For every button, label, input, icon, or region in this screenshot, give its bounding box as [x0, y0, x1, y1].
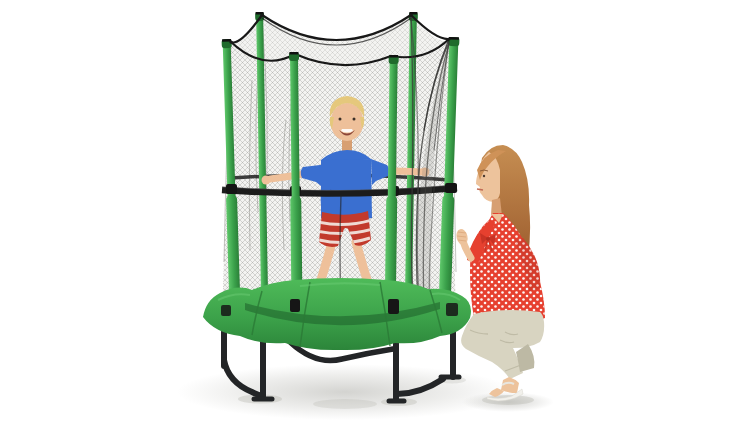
trampoline-scene — [0, 0, 750, 440]
product-photo: Studio photo: a blond boy in a blue t-sh… — [0, 0, 750, 440]
boy-left-hand — [262, 176, 271, 185]
